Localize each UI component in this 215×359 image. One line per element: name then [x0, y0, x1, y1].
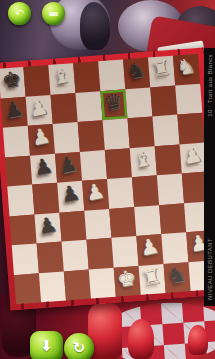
square-a4[interactable] — [7, 185, 34, 216]
square-e4[interactable] — [107, 177, 134, 208]
curved-arrow-icon: ↶ — [15, 8, 24, 19]
background-red-piece — [128, 319, 154, 359]
side-info-panel: 10 : Trait aux Blancs NIVEAU DEBUTANT — [204, 48, 215, 306]
piece-white-rook: ♜ — [150, 57, 173, 81]
piece-white-pawn: ♟ — [30, 125, 53, 149]
square-e8[interactable] — [98, 59, 125, 90]
square-g7[interactable] — [150, 85, 177, 116]
square-e1[interactable]: ♚ — [114, 265, 141, 296]
square-d7[interactable] — [75, 91, 102, 122]
square-h7[interactable] — [175, 83, 202, 114]
square-a5[interactable] — [5, 155, 32, 186]
square-b2[interactable] — [37, 242, 64, 273]
square-b5[interactable]: ♟ — [30, 153, 57, 184]
square-c6[interactable] — [53, 122, 80, 153]
level-text: NIVEAU DEBUTANT — [207, 238, 213, 300]
square-d3[interactable] — [84, 208, 111, 239]
square-d6[interactable] — [78, 120, 105, 151]
square-e6[interactable] — [103, 118, 130, 149]
square-c8[interactable]: ♝ — [48, 63, 75, 94]
square-c3[interactable] — [59, 210, 86, 241]
piece-white-pawn: ♟ — [27, 96, 50, 120]
piece-black-pawn: ♟ — [36, 214, 59, 238]
background-red-piece — [188, 325, 208, 355]
rotate-button[interactable]: ↻ — [64, 333, 94, 359]
piece-white-bishop: ♝ — [50, 65, 73, 89]
download-button[interactable]: ⬇ — [30, 331, 63, 359]
piece-white-pawn: ♟ — [138, 236, 161, 260]
square-b7[interactable]: ♟ — [26, 94, 53, 125]
down-arrow-icon: ⬇ — [40, 339, 53, 354]
option-button[interactable]: ▬ — [42, 2, 65, 25]
square-b6[interactable]: ♟ — [28, 124, 55, 155]
piece-white-knight: ♞ — [175, 55, 198, 79]
square-c7[interactable] — [51, 93, 78, 124]
app-screen: ↶ ▬ ♚♝♞♜♞♟♟♛♟♟♟♝♟♟♟♟♟♟♚♜♞ 10 : Trait aux… — [0, 0, 215, 359]
piece-white-king: ♚ — [116, 267, 139, 291]
square-b8[interactable] — [23, 65, 50, 96]
square-b1[interactable] — [39, 271, 66, 302]
square-f3[interactable] — [134, 205, 161, 236]
piece-black-pawn: ♟ — [32, 155, 55, 179]
square-d2[interactable] — [86, 238, 113, 269]
square-f1[interactable]: ♜ — [139, 264, 166, 295]
square-g8[interactable]: ♜ — [148, 56, 175, 87]
square-a8[interactable]: ♚ — [0, 67, 26, 98]
square-d4[interactable]: ♟ — [82, 179, 109, 210]
piece-black-pawn: ♟ — [59, 182, 82, 206]
board-grid: ♚♝♞♜♞♟♟♛♟♟♟♝♟♟♟♟♟♟♚♜♞ — [0, 54, 215, 304]
square-b4[interactable] — [32, 183, 59, 214]
square-f5[interactable]: ♝ — [130, 146, 157, 177]
square-c4[interactable]: ♟ — [57, 181, 84, 212]
square-d5[interactable] — [80, 150, 107, 181]
piece-black-king: ♚ — [0, 68, 23, 92]
square-g6[interactable] — [152, 115, 179, 146]
piece-white-rook: ♜ — [140, 265, 163, 289]
square-d8[interactable] — [73, 61, 100, 92]
square-a7[interactable]: ♟ — [1, 96, 28, 127]
square-e3[interactable] — [109, 207, 136, 238]
square-a2[interactable] — [12, 243, 39, 274]
square-c1[interactable] — [64, 269, 91, 300]
piece-white-pawn: ♟ — [181, 144, 204, 168]
square-g3[interactable] — [159, 203, 186, 234]
piece-black-queen: ♛ — [102, 90, 125, 114]
square-e5[interactable] — [105, 148, 132, 179]
square-g5[interactable] — [155, 144, 182, 175]
square-f4[interactable] — [132, 175, 159, 206]
square-g1[interactable]: ♞ — [163, 262, 190, 293]
piece-white-bishop: ♝ — [132, 147, 155, 171]
piece-black-pawn: ♟ — [57, 153, 80, 177]
undo-button[interactable]: ↶ — [8, 2, 31, 25]
square-a1[interactable] — [14, 273, 41, 304]
piece-black-knight: ♞ — [165, 263, 188, 287]
square-c2[interactable] — [62, 240, 89, 271]
piece-white-pawn: ♟ — [84, 181, 107, 205]
chess-board: ♚♝♞♜♞♟♟♛♟♟♟♝♟♟♟♟♟♟♚♜♞ — [0, 47, 215, 310]
square-e2[interactable] — [111, 236, 138, 267]
square-g2[interactable] — [161, 232, 188, 263]
square-f2[interactable]: ♟ — [136, 234, 163, 265]
square-a3[interactable] — [9, 214, 36, 245]
rotate-arrow-icon: ↻ — [73, 341, 86, 356]
square-f8[interactable]: ♞ — [123, 58, 150, 89]
square-e7[interactable]: ♛ — [100, 89, 127, 120]
square-h5[interactable]: ♟ — [180, 142, 207, 173]
square-h8[interactable]: ♞ — [173, 54, 200, 85]
square-d1[interactable] — [89, 267, 116, 298]
square-b3[interactable]: ♟ — [34, 212, 61, 243]
square-f6[interactable] — [128, 116, 155, 147]
square-h6[interactable] — [177, 113, 204, 144]
piece-black-pawn: ♟ — [3, 98, 26, 122]
square-g4[interactable] — [157, 173, 184, 204]
square-a6[interactable] — [3, 126, 30, 157]
board-frame: ♚♝♞♜♞♟♟♛♟♟♟♝♟♟♟♟♟♟♚♜♞ — [0, 47, 215, 310]
horizontal-bar-icon: ▬ — [48, 8, 58, 19]
move-status-text: 10 : Trait aux Blancs — [207, 54, 213, 117]
square-f7[interactable] — [125, 87, 152, 118]
piece-black-knight: ♞ — [125, 59, 148, 83]
square-c5[interactable]: ♟ — [55, 151, 82, 182]
